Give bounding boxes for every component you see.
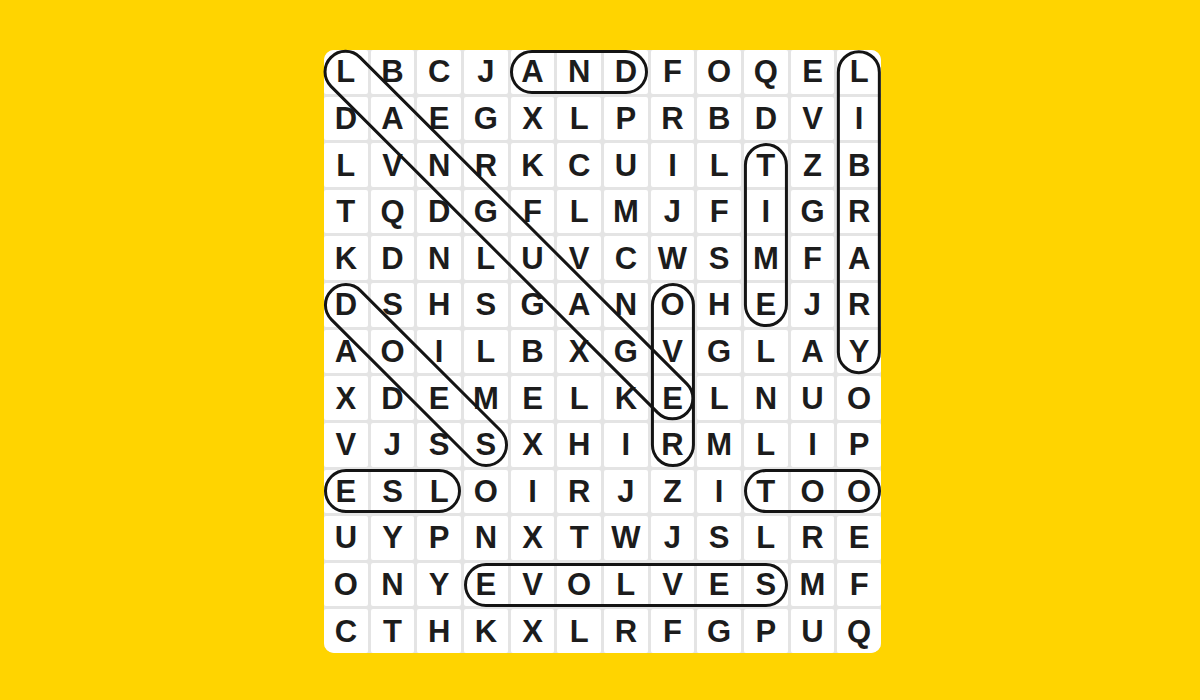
grid-cell[interactable]: T	[324, 190, 368, 234]
grid-cell[interactable]: Y	[371, 516, 415, 560]
grid-cell[interactable]: C	[557, 143, 601, 187]
grid-cell[interactable]: P	[604, 97, 648, 141]
grid-cell[interactable]: U	[324, 516, 368, 560]
grid-cell[interactable]: S	[371, 283, 415, 327]
grid-cell[interactable]: E	[791, 50, 835, 94]
grid-cell[interactable]: V	[324, 423, 368, 467]
grid-cell[interactable]: L	[837, 50, 881, 94]
grid-cell[interactable]: J	[604, 470, 648, 514]
grid-cell[interactable]: X	[511, 609, 555, 653]
grid-cell[interactable]: E	[837, 516, 881, 560]
grid-cell[interactable]: E	[417, 376, 461, 420]
grid-cell[interactable]: F	[791, 236, 835, 280]
grid-cell[interactable]: U	[791, 609, 835, 653]
grid-cell[interactable]: G	[511, 283, 555, 327]
grid-cell[interactable]: P	[744, 609, 788, 653]
grid-cell[interactable]: J	[791, 283, 835, 327]
grid-cell[interactable]: J	[464, 50, 508, 94]
grid-cell[interactable]: M	[744, 236, 788, 280]
grid-cell[interactable]: H	[557, 423, 601, 467]
grid-cell[interactable]: W	[604, 516, 648, 560]
grid-cell[interactable]: I	[791, 423, 835, 467]
grid-cell[interactable]: F	[511, 190, 555, 234]
page-background: LBCJANDFOQELDAEGXLPRBDVILVNRKCUILTZBTQDG…	[0, 0, 1200, 700]
grid-cell[interactable]: E	[417, 97, 461, 141]
grid-cell[interactable]: E	[511, 376, 555, 420]
grid-cell[interactable]: O	[837, 376, 881, 420]
grid-cell[interactable]: Q	[744, 50, 788, 94]
grid-cell[interactable]: X	[511, 423, 555, 467]
grid-cell[interactable]: I	[697, 470, 741, 514]
grid-cell[interactable]: O	[697, 50, 741, 94]
grid-cell[interactable]: O	[791, 470, 835, 514]
grid-cell[interactable]: R	[651, 97, 695, 141]
grid-cell[interactable]: M	[464, 376, 508, 420]
grid-cell[interactable]: L	[464, 330, 508, 374]
grid-cell[interactable]: O	[651, 283, 695, 327]
grid-cell[interactable]: N	[744, 376, 788, 420]
grid-cell[interactable]: G	[697, 330, 741, 374]
grid-cell[interactable]: A	[511, 50, 555, 94]
grid-cell[interactable]: I	[511, 470, 555, 514]
grid-cell[interactable]: I	[837, 97, 881, 141]
grid-cell[interactable]: F	[651, 609, 695, 653]
grid-cell[interactable]: X	[511, 516, 555, 560]
grid-cell[interactable]: A	[324, 330, 368, 374]
grid-cell[interactable]: W	[651, 236, 695, 280]
grid-cell[interactable]: O	[464, 470, 508, 514]
grid-cell[interactable]: J	[651, 516, 695, 560]
grid-cell[interactable]: Z	[651, 470, 695, 514]
grid-cell[interactable]: M	[791, 563, 835, 607]
grid-cell[interactable]: O	[371, 330, 415, 374]
grid-cell[interactable]: A	[791, 330, 835, 374]
grid-cell[interactable]: L	[557, 609, 601, 653]
grid-cell[interactable]: A	[371, 97, 415, 141]
grid-cell[interactable]: S	[417, 423, 461, 467]
grid-cell[interactable]: K	[604, 376, 648, 420]
grid-cell[interactable]: A	[557, 283, 601, 327]
grid-cell[interactable]: T	[557, 516, 601, 560]
grid-cell[interactable]: N	[371, 563, 415, 607]
grid-cell[interactable]: B	[371, 50, 415, 94]
grid-cell[interactable]: G	[604, 330, 648, 374]
grid-cell[interactable]: F	[837, 563, 881, 607]
grid-cell[interactable]: X	[557, 330, 601, 374]
grid-cell[interactable]: I	[744, 190, 788, 234]
grid-cell[interactable]: Q	[837, 609, 881, 653]
grid-cell[interactable]: U	[791, 376, 835, 420]
grid-cell[interactable]: C	[324, 609, 368, 653]
grid-cell[interactable]: P	[837, 423, 881, 467]
grid-cell[interactable]: E	[744, 283, 788, 327]
grid-cell[interactable]: L	[604, 563, 648, 607]
grid-cell[interactable]: B	[697, 97, 741, 141]
grid-cell[interactable]: V	[511, 563, 555, 607]
grid-cell[interactable]: O	[557, 563, 601, 607]
grid-cell[interactable]: R	[791, 516, 835, 560]
grid-cell[interactable]: N	[557, 50, 601, 94]
grid-cell[interactable]: Y	[417, 563, 461, 607]
grid-cell[interactable]: S	[744, 563, 788, 607]
grid-cell[interactable]: L	[697, 143, 741, 187]
grid-cell[interactable]: L	[744, 516, 788, 560]
grid-cell[interactable]: L	[557, 376, 601, 420]
grid-cell[interactable]: L	[697, 376, 741, 420]
grid-cell[interactable]: T	[744, 470, 788, 514]
grid-cell[interactable]: U	[604, 143, 648, 187]
grid-cell[interactable]: E	[324, 470, 368, 514]
grid-cell[interactable]: J	[371, 423, 415, 467]
grid-cell[interactable]: I	[417, 330, 461, 374]
grid-cell[interactable]: K	[464, 609, 508, 653]
grid-cell[interactable]: V	[791, 97, 835, 141]
grid-cell[interactable]: D	[371, 236, 415, 280]
grid-cell[interactable]: L	[324, 143, 368, 187]
grid-cell[interactable]: F	[697, 190, 741, 234]
grid-cell[interactable]: G	[697, 609, 741, 653]
grid-cell[interactable]: Z	[791, 143, 835, 187]
grid-cell[interactable]: H	[417, 609, 461, 653]
grid-cell[interactable]: V	[557, 236, 601, 280]
grid-cell[interactable]: Q	[371, 190, 415, 234]
grid-cell[interactable]: O	[324, 563, 368, 607]
grid-cell[interactable]: G	[464, 97, 508, 141]
grid-cell[interactable]: L	[557, 97, 601, 141]
grid-cell[interactable]: C	[417, 50, 461, 94]
grid-cell[interactable]: D	[324, 283, 368, 327]
grid-cell[interactable]: U	[511, 236, 555, 280]
grid-cell[interactable]: E	[464, 563, 508, 607]
grid-cell[interactable]: R	[837, 283, 881, 327]
grid-cell[interactable]: R	[837, 190, 881, 234]
grid-cell[interactable]: I	[604, 423, 648, 467]
grid-cell[interactable]: N	[604, 283, 648, 327]
grid-cell[interactable]: L	[557, 190, 601, 234]
grid-cell[interactable]: D	[324, 97, 368, 141]
grid-cell[interactable]: H	[417, 283, 461, 327]
grid-cell[interactable]: S	[371, 470, 415, 514]
grid-cell[interactable]: O	[837, 470, 881, 514]
grid-cell[interactable]: N	[417, 236, 461, 280]
grid-cell[interactable]: N	[464, 516, 508, 560]
grid-cell[interactable]: S	[464, 283, 508, 327]
grid-cell[interactable]: X	[324, 376, 368, 420]
grid-cell[interactable]: L	[744, 423, 788, 467]
word-search-board: LBCJANDFOQELDAEGXLPRBDVILVNRKCUILTZBTQDG…	[324, 50, 881, 653]
grid-cell[interactable]: F	[651, 50, 695, 94]
grid-cell[interactable]: N	[417, 143, 461, 187]
grid-cell[interactable]: R	[604, 609, 648, 653]
grid-cell[interactable]: D	[604, 50, 648, 94]
grid-cell[interactable]: K	[511, 143, 555, 187]
grid-cell[interactable]: S	[464, 423, 508, 467]
grid-cell[interactable]: A	[837, 236, 881, 280]
grid-cell[interactable]: K	[324, 236, 368, 280]
grid-cell[interactable]: J	[651, 190, 695, 234]
grid-cell[interactable]: X	[511, 97, 555, 141]
grid-cell[interactable]: C	[604, 236, 648, 280]
grid-cell[interactable]: R	[557, 470, 601, 514]
grid-cell[interactable]: T	[371, 609, 415, 653]
grid-cell[interactable]: S	[697, 516, 741, 560]
grid-cell[interactable]: D	[371, 376, 415, 420]
grid-cell[interactable]: H	[697, 283, 741, 327]
grid-cell[interactable]: M	[697, 423, 741, 467]
grid-cell[interactable]: L	[324, 50, 368, 94]
grid-cell[interactable]: V	[651, 330, 695, 374]
grid-cell[interactable]: B	[511, 330, 555, 374]
grid-cell[interactable]: L	[744, 330, 788, 374]
grid-cell[interactable]: V	[371, 143, 415, 187]
grid-cell[interactable]: M	[604, 190, 648, 234]
grid-cell[interactable]: B	[837, 143, 881, 187]
grid-cell[interactable]: D	[744, 97, 788, 141]
grid-cell[interactable]: R	[651, 423, 695, 467]
grid-cell[interactable]: G	[464, 190, 508, 234]
grid-cell[interactable]: E	[651, 376, 695, 420]
grid-cell[interactable]: R	[464, 143, 508, 187]
grid-cell[interactable]: P	[417, 516, 461, 560]
grid-cell[interactable]: T	[744, 143, 788, 187]
grid-cell[interactable]: L	[417, 470, 461, 514]
grid-cell[interactable]: S	[697, 236, 741, 280]
grid-cell[interactable]: D	[417, 190, 461, 234]
grid-cell[interactable]: L	[464, 236, 508, 280]
grid-cell[interactable]: E	[697, 563, 741, 607]
grid-cell[interactable]: V	[651, 563, 695, 607]
grid-cell[interactable]: Y	[837, 330, 881, 374]
puzzle-panel: LBCJANDFOQELDAEGXLPRBDVILVNRKCUILTZBTQDG…	[324, 50, 881, 653]
grid-cell[interactable]: G	[791, 190, 835, 234]
grid-cell[interactable]: I	[651, 143, 695, 187]
